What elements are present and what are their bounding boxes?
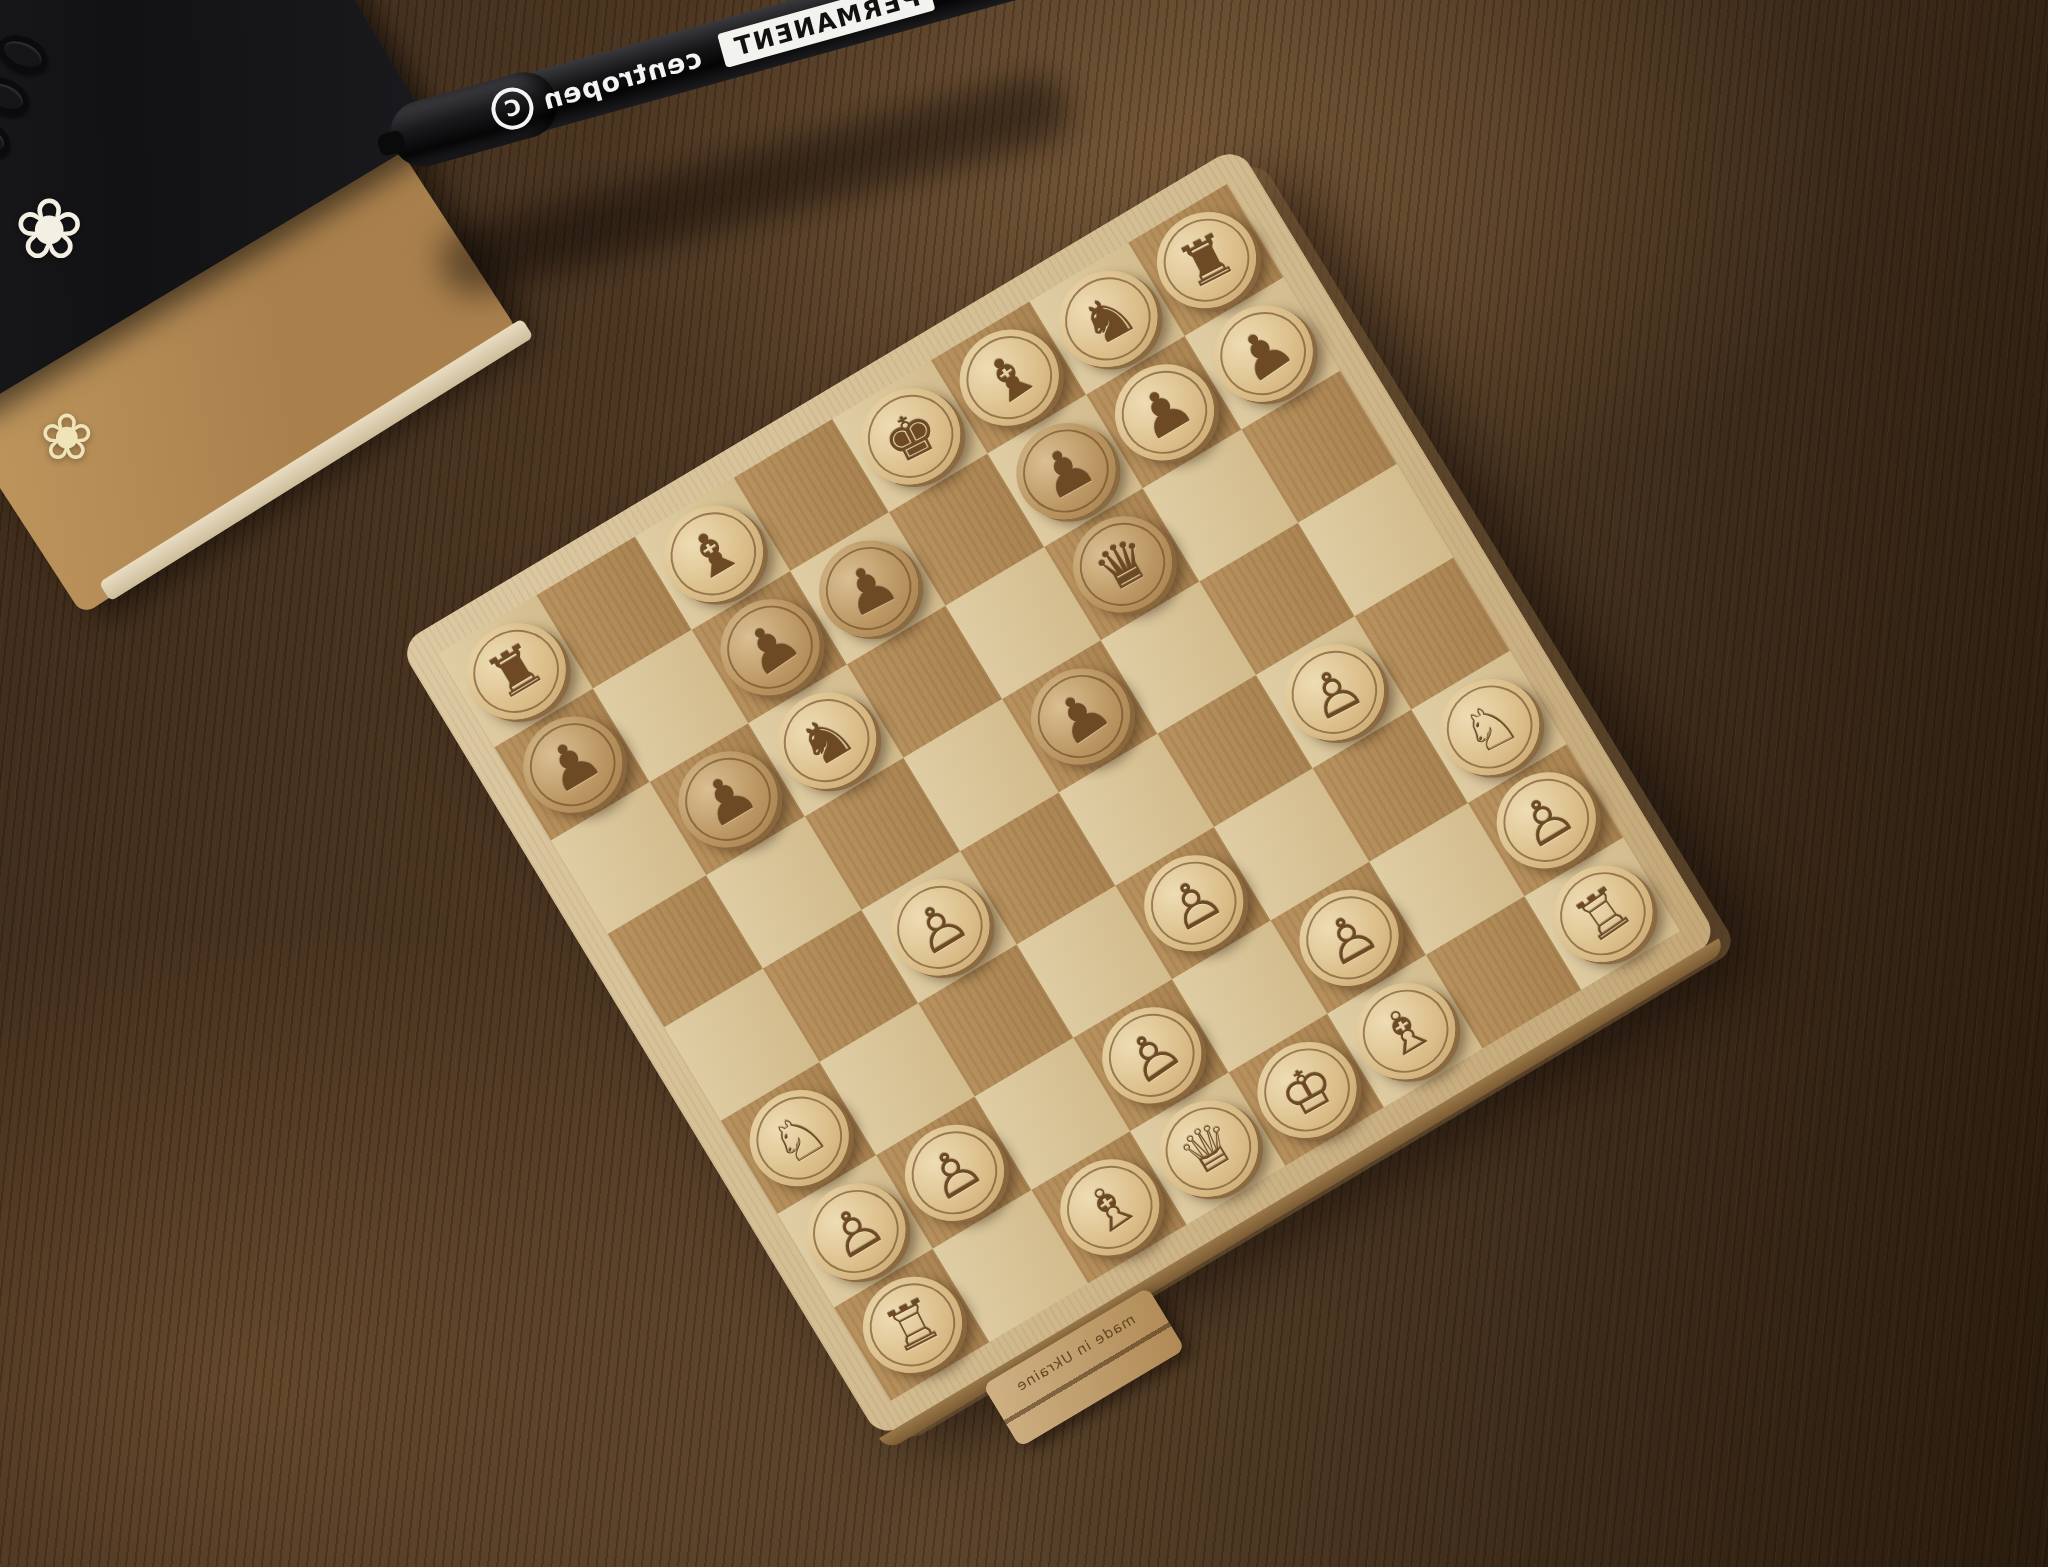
scene: ❀ ❀ marker PERMANENT centropen C made in… [0,0,2048,1567]
flower-sticker-icon: ❀ [14,180,84,278]
pen-brand-label: centropen C [487,36,707,134]
pen-permanent-label: PERMANENT [717,0,935,67]
chess-board: made in Ukraine ♜♝♚♝♞♜♟♟♟♟♟♟♟♞♛♟♙♙♘♙♘♙♙♙… [398,145,1720,1440]
pen-marker-label: marker [948,0,1051,1]
flower-sticker-icon: ❀ [40,400,94,474]
notebook-pages [99,318,534,601]
